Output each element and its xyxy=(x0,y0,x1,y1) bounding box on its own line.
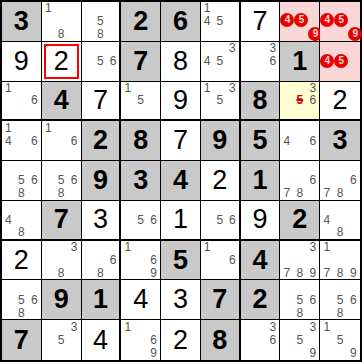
candidate-grid: 15 xyxy=(121,82,160,120)
candidate: 3 xyxy=(267,320,280,333)
solved-digit: 7 xyxy=(93,87,108,114)
candidate-grid: 568 xyxy=(42,161,81,200)
empty-candidate-position xyxy=(241,68,254,81)
empty-candidate-position xyxy=(82,2,95,15)
empty-candidate-position xyxy=(320,42,334,54)
candidate-grid: 356 xyxy=(280,82,319,120)
empty-candidate-position xyxy=(241,55,254,68)
empty-candidate-position xyxy=(333,254,346,267)
empty-candidate-position xyxy=(293,107,306,120)
candidate: 1 xyxy=(320,320,333,333)
empty-candidate-position xyxy=(134,333,147,346)
candidate-grid: 135 xyxy=(201,82,239,120)
given-digit: 9 xyxy=(212,127,227,154)
candidate: 5 xyxy=(293,333,306,346)
candidate-grid: 359 xyxy=(280,320,319,360)
empty-candidate-position xyxy=(280,347,293,360)
candidate: 6 xyxy=(267,333,280,346)
candidate-grid: 678 xyxy=(320,161,360,200)
empty-candidate-position xyxy=(68,161,81,174)
empty-candidate-position xyxy=(348,42,360,54)
empty-candidate-position xyxy=(134,82,147,95)
cell-r6c8[interactable]: 2 xyxy=(280,201,320,241)
candidate: 5 xyxy=(293,293,306,306)
candidate: 5 xyxy=(333,333,346,346)
cell-r9c6[interactable]: 8 xyxy=(201,320,241,360)
cell-r3c8[interactable]: 356 xyxy=(280,82,320,122)
empty-candidate-position xyxy=(201,28,214,41)
cell-r7c7[interactable]: 4 xyxy=(241,241,281,281)
cell-r1c9[interactable]: 459 xyxy=(320,2,360,42)
candidate: 3 xyxy=(306,320,319,333)
empty-candidate-position xyxy=(68,254,81,267)
empty-candidate-position xyxy=(347,241,360,254)
empty-candidate-position xyxy=(94,2,107,15)
empty-candidate-position xyxy=(201,42,214,55)
candidate-grid: 1789 xyxy=(320,241,360,280)
empty-candidate-position xyxy=(2,187,15,200)
cell-r2c7[interactable]: 36 xyxy=(241,42,281,82)
candidate: 1 xyxy=(42,121,55,134)
cell-r2c1[interactable]: 9 xyxy=(2,42,42,82)
cell-r2c8[interactable]: 1 xyxy=(280,42,320,82)
candidate: 7 xyxy=(280,267,293,280)
candidate: 9 xyxy=(347,347,360,360)
eliminated-candidate-circle-icon: 9 xyxy=(348,27,362,41)
empty-candidate-position xyxy=(293,280,306,293)
empty-candidate-position xyxy=(2,174,15,187)
candidate: 1 xyxy=(121,241,134,254)
cell-r7c5[interactable]: 5 xyxy=(161,241,201,281)
cell-r4c5[interactable]: 7 xyxy=(161,121,201,161)
cell-r6c7[interactable]: 9 xyxy=(241,201,281,241)
cell-r9c2[interactable]: 35 xyxy=(42,320,82,360)
candidate: 6 xyxy=(107,254,120,267)
cell-r5c3[interactable]: 9 xyxy=(82,161,122,201)
empty-candidate-position xyxy=(28,201,41,214)
cell-r4c7[interactable]: 5 xyxy=(241,121,281,161)
empty-candidate-position xyxy=(68,147,81,160)
cell-r5c6[interactable]: 2 xyxy=(201,161,241,201)
candidate-grid: 568 xyxy=(2,280,41,319)
candidate: 8 xyxy=(293,267,306,280)
solved-digit: 4 xyxy=(93,327,108,354)
empty-candidate-position xyxy=(42,174,55,187)
cell-r6c9[interactable]: 48 xyxy=(320,201,360,241)
cell-r3c5[interactable]: 9 xyxy=(161,82,201,122)
cell-r8c3[interactable]: 1 xyxy=(82,280,122,320)
empty-candidate-position xyxy=(82,55,95,68)
cell-r6c1[interactable]: 48 xyxy=(2,201,42,241)
empty-candidate-position xyxy=(94,254,107,267)
given-digit: 6 xyxy=(173,8,188,35)
candidate-grid: 18 xyxy=(42,2,81,41)
empty-candidate-position xyxy=(2,293,15,306)
empty-candidate-position xyxy=(254,347,267,360)
cell-r5c5[interactable]: 4 xyxy=(161,161,201,201)
empty-candidate-position xyxy=(213,241,226,254)
given-digit: 3 xyxy=(14,8,29,35)
empty-candidate-position xyxy=(280,280,293,293)
candidate: 5 xyxy=(134,213,147,226)
empty-candidate-position xyxy=(320,226,333,239)
given-digit: 9 xyxy=(54,286,69,313)
cell-r8c4[interactable]: 4 xyxy=(121,280,161,320)
cell-r9c8[interactable]: 359 xyxy=(280,320,320,360)
candidate: 1 xyxy=(320,241,333,254)
given-digit: 8 xyxy=(212,327,227,354)
empty-candidate-position xyxy=(226,28,239,41)
empty-candidate-position xyxy=(121,267,134,280)
eliminated-candidate-circle-icon: 5 xyxy=(334,13,348,27)
empty-candidate-position xyxy=(55,134,68,147)
cell-r6c2[interactable]: 7 xyxy=(42,201,82,241)
empty-candidate-position xyxy=(213,2,226,15)
cell-r8c2[interactable]: 9 xyxy=(42,280,82,320)
candidate: 5 xyxy=(213,15,226,28)
empty-candidate-position xyxy=(320,293,333,306)
empty-candidate-position xyxy=(82,15,95,28)
empty-candidate-position xyxy=(121,226,134,239)
empty-candidate-position xyxy=(55,2,68,15)
empty-candidate-position xyxy=(2,147,15,160)
empty-candidate-position xyxy=(320,27,334,41)
empty-candidate-position xyxy=(68,333,81,346)
empty-candidate-position xyxy=(226,267,239,280)
empty-candidate-position xyxy=(107,241,120,254)
empty-candidate-position xyxy=(254,333,267,346)
cell-r9c4[interactable]: 169 xyxy=(121,320,161,360)
empty-candidate-position xyxy=(347,187,360,200)
cell-r2c9[interactable]: 45 xyxy=(320,42,360,82)
candidate-position: 4 xyxy=(320,54,334,68)
empty-candidate-position xyxy=(134,201,147,214)
empty-candidate-position xyxy=(254,42,267,55)
empty-candidate-position xyxy=(107,2,120,15)
candidate: 9 xyxy=(147,267,160,280)
cell-r6c5[interactable]: 1 xyxy=(161,201,201,241)
candidate-grid: 169 xyxy=(121,320,160,360)
empty-candidate-position xyxy=(42,147,55,160)
cell-r2c4[interactable]: 7 xyxy=(121,42,161,82)
cell-r4c6[interactable]: 9 xyxy=(201,121,241,161)
empty-candidate-position xyxy=(68,267,81,280)
candidate-grid: 16 xyxy=(2,82,41,120)
empty-candidate-position xyxy=(320,333,333,346)
candidate: 5 xyxy=(333,293,346,306)
cell-r7c8[interactable]: 3789 xyxy=(280,241,320,281)
candidate: 3 xyxy=(306,82,319,95)
empty-candidate-position xyxy=(241,42,254,55)
cell-r4c2[interactable]: 16 xyxy=(42,121,82,161)
cell-r7c6[interactable]: 16 xyxy=(201,241,241,281)
cell-r9c3[interactable]: 4 xyxy=(82,320,122,360)
cell-r1c8[interactable]: 459 xyxy=(280,2,320,42)
candidate: 5 xyxy=(15,174,28,187)
candidate-grid: 35 xyxy=(42,320,81,360)
candidate-position: 9 xyxy=(348,27,362,41)
cell-r8c6[interactable]: 7 xyxy=(201,280,241,320)
cell-r8c8[interactable]: 568 xyxy=(280,280,320,320)
solved-digit: 2 xyxy=(14,247,29,274)
cell-r3c2[interactable]: 4 xyxy=(42,82,82,122)
empty-candidate-position xyxy=(28,147,41,160)
empty-candidate-position xyxy=(94,241,107,254)
cell-r7c9[interactable]: 1789 xyxy=(320,241,360,281)
empty-candidate-position xyxy=(134,226,147,239)
candidate: 6 xyxy=(147,333,160,346)
eliminated-candidate-circle-icon: 5 xyxy=(334,54,348,68)
empty-candidate-position xyxy=(201,107,214,120)
candidate-grid: 568 xyxy=(280,280,319,319)
cell-r8c1[interactable]: 568 xyxy=(2,280,42,320)
empty-candidate-position xyxy=(42,15,55,28)
empty-candidate-position xyxy=(280,333,293,346)
candidate: 8 xyxy=(333,306,346,319)
empty-candidate-position xyxy=(28,161,41,174)
candidate: 6 xyxy=(28,293,41,306)
given-digit: 2 xyxy=(253,286,268,313)
candidate: 8 xyxy=(293,306,306,319)
candidate-grid: 678 xyxy=(280,161,319,200)
candidate: 4 xyxy=(2,213,15,226)
empty-candidate-position xyxy=(293,82,306,95)
empty-candidate-position xyxy=(15,134,28,147)
cell-r7c1[interactable]: 2 xyxy=(2,241,42,281)
empty-candidate-position xyxy=(306,187,319,200)
cell-r4c4[interactable]: 8 xyxy=(121,121,161,161)
given-digit: 9 xyxy=(93,167,108,194)
empty-candidate-position xyxy=(2,94,15,107)
empty-candidate-position xyxy=(280,147,293,160)
empty-candidate-position xyxy=(2,306,15,319)
candidate: 4 xyxy=(201,55,214,68)
empty-candidate-position xyxy=(280,2,294,13)
cell-r1c4[interactable]: 2 xyxy=(121,2,161,42)
empty-candidate-position xyxy=(306,254,319,267)
empty-candidate-position xyxy=(280,306,293,319)
empty-candidate-position xyxy=(213,201,226,214)
empty-candidate-position xyxy=(334,2,348,13)
cell-r4c8[interactable]: 46 xyxy=(280,121,320,161)
empty-candidate-position xyxy=(306,161,319,174)
candidate: 4 xyxy=(201,15,214,28)
candidate-grid: 345 xyxy=(201,42,239,81)
candidate-grid: 568 xyxy=(320,280,360,319)
empty-candidate-position xyxy=(147,241,160,254)
candidate: 1 xyxy=(201,2,214,15)
empty-candidate-position xyxy=(201,68,214,81)
candidate-grid: 159 xyxy=(320,320,360,360)
cell-r5c7[interactable]: 1 xyxy=(241,161,281,201)
empty-candidate-position xyxy=(294,27,308,41)
empty-candidate-position xyxy=(42,333,55,346)
cell-r1c6[interactable]: 145 xyxy=(201,2,241,42)
empty-candidate-position xyxy=(226,15,239,28)
candidate-grid: 3789 xyxy=(280,241,319,280)
cell-r2c6[interactable]: 345 xyxy=(201,42,241,82)
empty-candidate-position xyxy=(254,68,267,81)
cell-r7c4[interactable]: 169 xyxy=(121,241,161,281)
empty-candidate-position xyxy=(280,82,293,95)
given-digit: 1 xyxy=(93,286,108,313)
cell-r4c1[interactable]: 146 xyxy=(2,121,42,161)
empty-candidate-position xyxy=(213,226,226,239)
candidate: 4 xyxy=(2,134,15,147)
given-digit: 7 xyxy=(212,286,227,313)
empty-candidate-position xyxy=(201,226,214,239)
solved-digit: 1 xyxy=(173,206,188,233)
cell-r5c9[interactable]: 678 xyxy=(320,161,360,201)
given-digit: 2 xyxy=(133,8,148,35)
given-digit: 3 xyxy=(133,167,148,194)
candidate-grid: 46 xyxy=(280,121,319,160)
empty-candidate-position xyxy=(68,2,81,15)
cell-r9c1[interactable]: 7 xyxy=(2,320,42,360)
empty-candidate-position xyxy=(280,94,293,107)
cell-r3c6[interactable]: 135 xyxy=(201,82,241,122)
cell-r7c3[interactable]: 68 xyxy=(82,241,122,281)
cell-r3c9[interactable]: 2 xyxy=(320,82,360,122)
empty-candidate-position xyxy=(241,333,254,346)
cell-r9c7[interactable]: 36 xyxy=(241,320,281,360)
empty-candidate-position xyxy=(42,161,55,174)
empty-candidate-position xyxy=(42,254,55,267)
cell-r2c3[interactable]: 56 xyxy=(82,42,122,82)
empty-candidate-position xyxy=(333,201,346,214)
cell-r5c8[interactable]: 678 xyxy=(280,161,320,201)
cell-r9c5[interactable]: 2 xyxy=(161,320,201,360)
cell-r3c3[interactable]: 7 xyxy=(82,82,122,122)
candidate: 8 xyxy=(333,187,346,200)
cell-r8c7[interactable]: 2 xyxy=(241,280,281,320)
cell-r5c1[interactable]: 568 xyxy=(2,161,42,201)
cell-r6c3[interactable]: 3 xyxy=(82,201,122,241)
empty-candidate-position xyxy=(82,254,95,267)
empty-candidate-position xyxy=(320,280,333,293)
candidate: 6 xyxy=(347,174,360,187)
struck-candidate: 5 xyxy=(293,94,306,107)
empty-candidate-position xyxy=(42,320,55,333)
candidate: 3 xyxy=(226,42,239,55)
cell-r9c9[interactable]: 159 xyxy=(320,320,360,360)
empty-candidate-position xyxy=(28,121,41,134)
empty-candidate-position xyxy=(226,107,239,120)
solved-digit: 7 xyxy=(173,127,188,154)
empty-candidate-position xyxy=(68,15,81,28)
candidate: 7 xyxy=(320,267,333,280)
empty-candidate-position xyxy=(320,174,333,187)
empty-candidate-position xyxy=(55,147,68,160)
empty-candidate-position xyxy=(241,347,254,360)
empty-candidate-position xyxy=(280,121,293,134)
candidate: 9 xyxy=(347,267,360,280)
cell-r2c2[interactable]: 2 xyxy=(42,42,82,82)
cell-r8c9[interactable]: 568 xyxy=(320,280,360,320)
candidate-grid: 568 xyxy=(2,161,41,200)
empty-candidate-position xyxy=(2,280,15,293)
empty-candidate-position xyxy=(82,68,95,81)
cell-r8c5[interactable]: 3 xyxy=(161,280,201,320)
empty-candidate-position xyxy=(15,107,28,120)
empty-candidate-position xyxy=(348,13,362,27)
empty-candidate-position xyxy=(68,187,81,200)
cell-r1c3[interactable]: 58 xyxy=(82,2,122,42)
cell-r4c3[interactable]: 2 xyxy=(82,121,122,161)
empty-candidate-position xyxy=(134,267,147,280)
empty-candidate-position xyxy=(94,68,107,81)
empty-candidate-position xyxy=(55,241,68,254)
empty-candidate-position xyxy=(306,306,319,319)
cell-r7c2[interactable]: 38 xyxy=(42,241,82,281)
candidate: 5 xyxy=(55,174,68,187)
cell-r4c9[interactable]: 3 xyxy=(320,121,360,161)
cell-r2c5[interactable]: 8 xyxy=(161,42,201,82)
candidate-grid: 56 xyxy=(82,42,120,81)
empty-candidate-position xyxy=(347,320,360,333)
candidate: 6 xyxy=(306,293,319,306)
empty-candidate-position xyxy=(55,254,68,267)
candidate-grid: 38 xyxy=(42,241,81,280)
empty-candidate-position xyxy=(226,2,239,15)
empty-candidate-position xyxy=(107,15,120,28)
cell-r5c2[interactable]: 568 xyxy=(42,161,82,201)
cell-r3c1[interactable]: 16 xyxy=(2,82,42,122)
candidate: 8 xyxy=(15,226,28,239)
empty-candidate-position xyxy=(42,267,55,280)
empty-candidate-position xyxy=(134,107,147,120)
cell-r3c4[interactable]: 15 xyxy=(121,82,161,122)
empty-candidate-position xyxy=(280,293,293,306)
empty-candidate-position xyxy=(280,241,293,254)
candidate: 8 xyxy=(55,187,68,200)
solved-digit: 9 xyxy=(173,87,188,114)
empty-candidate-position xyxy=(306,333,319,346)
empty-candidate-position xyxy=(334,68,348,80)
cell-r1c5[interactable]: 6 xyxy=(161,2,201,42)
empty-candidate-position xyxy=(15,82,28,95)
empty-candidate-position xyxy=(213,82,226,95)
candidate: 6 xyxy=(28,94,41,107)
empty-candidate-position xyxy=(348,2,362,13)
empty-candidate-position xyxy=(15,280,28,293)
empty-candidate-position xyxy=(333,213,346,226)
empty-candidate-position xyxy=(82,267,95,280)
cell-r1c7[interactable]: 7 xyxy=(241,2,281,42)
cell-r6c6[interactable]: 56 xyxy=(201,201,241,241)
given-digit: 2 xyxy=(292,206,307,233)
cell-r3c7[interactable]: 8 xyxy=(241,82,281,122)
candidate: 6 xyxy=(267,55,280,68)
candidate: 5 xyxy=(213,55,226,68)
empty-candidate-position xyxy=(107,68,120,81)
cell-r1c2[interactable]: 18 xyxy=(42,2,82,42)
empty-candidate-position xyxy=(293,161,306,174)
candidate: 1 xyxy=(201,241,214,254)
candidate: 6 xyxy=(306,174,319,187)
empty-candidate-position xyxy=(241,320,254,333)
candidate-position: 4 xyxy=(280,13,294,27)
cell-r5c4[interactable]: 3 xyxy=(121,161,161,201)
empty-candidate-position xyxy=(147,94,160,107)
empty-candidate-position xyxy=(280,254,293,267)
empty-candidate-position xyxy=(306,147,319,160)
cell-r1c1[interactable]: 3 xyxy=(2,2,42,42)
candidate: 6 xyxy=(147,213,160,226)
empty-candidate-position xyxy=(213,254,226,267)
cell-r6c4[interactable]: 56 xyxy=(121,201,161,241)
candidate: 3 xyxy=(68,320,81,333)
